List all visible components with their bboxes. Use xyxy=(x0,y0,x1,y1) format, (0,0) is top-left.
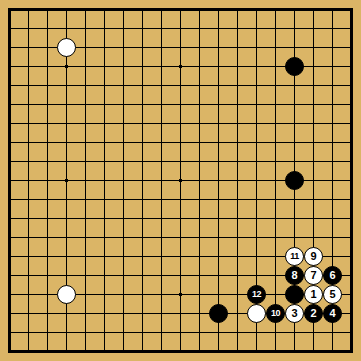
stone-white-r6: 9 xyxy=(304,247,323,266)
stone-black-q16 xyxy=(285,57,304,76)
move-number: 6 xyxy=(329,270,335,281)
star-point xyxy=(179,65,182,68)
stone-black-q10 xyxy=(285,171,304,190)
move-number: 5 xyxy=(329,289,335,300)
move-number: 1 xyxy=(310,289,316,300)
move-number: 8 xyxy=(291,270,297,281)
move-number: 2 xyxy=(310,308,316,319)
star-point xyxy=(179,293,182,296)
stone-black-r3: 2 xyxy=(304,304,323,323)
move-number: 4 xyxy=(329,308,335,319)
stone-black-m3 xyxy=(209,304,228,323)
stone-black-q5: 8 xyxy=(285,266,304,285)
stone-white-s4: 5 xyxy=(323,285,342,304)
move-number: 9 xyxy=(310,251,316,262)
stone-white-d17 xyxy=(57,38,76,57)
stone-black-o4: 12 xyxy=(247,285,266,304)
grid-line-horizontal xyxy=(10,199,351,200)
star-point xyxy=(65,179,68,182)
move-number: 7 xyxy=(310,270,316,281)
move-number: 3 xyxy=(291,308,297,319)
stone-white-d4 xyxy=(57,285,76,304)
stone-black-p3: 10 xyxy=(266,304,285,323)
stone-black-s3: 4 xyxy=(323,304,342,323)
grid-line-horizontal xyxy=(10,218,351,219)
grid-line-vertical xyxy=(275,10,276,351)
move-number: 12 xyxy=(252,290,261,299)
stone-white-q6: 11 xyxy=(285,247,304,266)
star-point xyxy=(179,179,182,182)
grid-line-vertical xyxy=(237,10,238,351)
stone-white-q3: 3 xyxy=(285,304,304,323)
go-board[interactable]: 123456789101112 xyxy=(0,0,361,361)
grid-line-horizontal xyxy=(10,237,351,238)
stone-white-r4: 1 xyxy=(304,285,323,304)
stone-black-q4 xyxy=(285,285,304,304)
move-number: 11 xyxy=(290,252,299,261)
grid-line-horizontal xyxy=(10,332,351,333)
star-point xyxy=(65,65,68,68)
grid-line-vertical xyxy=(199,10,200,351)
stone-white-o3 xyxy=(247,304,266,323)
grid-line-vertical xyxy=(218,10,219,351)
stone-white-r5: 7 xyxy=(304,266,323,285)
stone-black-s5: 6 xyxy=(323,266,342,285)
move-number: 10 xyxy=(271,309,280,318)
